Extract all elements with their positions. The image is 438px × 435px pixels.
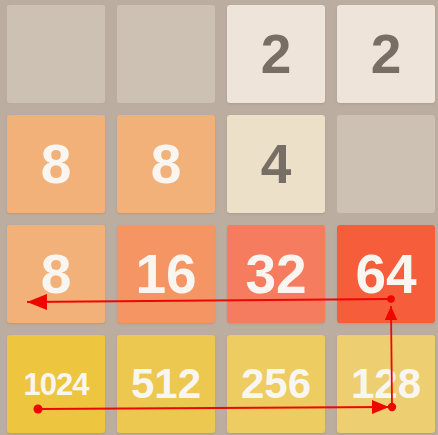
tile-64: 64 <box>337 225 435 323</box>
tile-8: 8 <box>117 115 215 213</box>
tile-32: 32 <box>227 225 325 323</box>
empty-cell-r1c2 <box>117 5 215 103</box>
tile-8: 8 <box>7 225 105 323</box>
tile-8: 8 <box>7 115 105 213</box>
empty-cell-r2c4 <box>337 115 435 213</box>
tile-2: 2 <box>337 5 435 103</box>
tile-1024: 1024 <box>7 335 105 433</box>
tile-512: 512 <box>117 335 215 433</box>
2048-board[interactable]: 2288481632641024512256128 <box>0 0 438 435</box>
tile-4: 4 <box>227 115 325 213</box>
tile-16: 16 <box>117 225 215 323</box>
tile-256: 256 <box>227 335 325 433</box>
tile-grid: 2288481632641024512256128 <box>7 5 435 433</box>
tile-2: 2 <box>227 5 325 103</box>
empty-cell-r1c1 <box>7 5 105 103</box>
tile-128: 128 <box>337 335 435 433</box>
